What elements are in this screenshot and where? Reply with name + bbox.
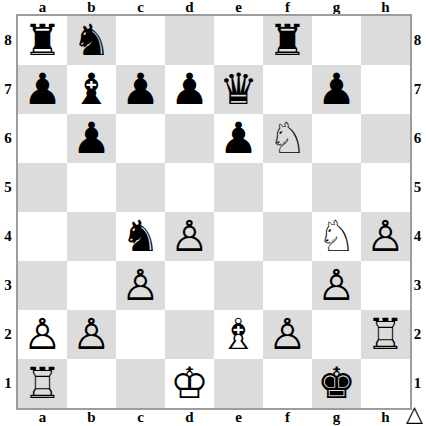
square-e1[interactable] — [214, 359, 263, 408]
square-e8[interactable] — [214, 16, 263, 65]
square-f6[interactable]: ♘ — [263, 114, 312, 163]
file-labels-bottom: abcdefgh — [18, 408, 410, 426]
piece-white-pawn: ♙ — [72, 310, 111, 359]
square-f3[interactable] — [263, 261, 312, 310]
square-h8[interactable] — [361, 16, 410, 65]
chess-board: ♜♞♜♟♝♟♟♛♟♟♟♘♞♙♘♙♙♙♙♙♗♙♖♖♔♚ — [16, 14, 412, 410]
square-a6[interactable] — [18, 114, 67, 163]
square-e2[interactable]: ♗ — [214, 310, 263, 359]
coordinate-label-a: a — [18, 0, 67, 14]
piece-white-knight: ♘ — [317, 212, 356, 261]
piece-white-pawn: ♙ — [170, 212, 209, 261]
piece-white-king: ♔ — [170, 359, 209, 408]
file-labels-top: abcdefgh — [18, 0, 410, 14]
square-e7[interactable]: ♛ — [214, 65, 263, 114]
coordinate-label-h: h — [361, 408, 410, 426]
square-b3[interactable] — [67, 261, 116, 310]
square-f1[interactable] — [263, 359, 312, 408]
piece-black-queen: ♛ — [219, 65, 258, 114]
square-a7[interactable]: ♟ — [18, 65, 67, 114]
coordinate-label-4: 4 — [409, 212, 426, 261]
square-b8[interactable]: ♞ — [67, 16, 116, 65]
piece-black-pawn: ♟ — [170, 65, 209, 114]
square-f8[interactable]: ♜ — [263, 16, 312, 65]
square-h3[interactable] — [361, 261, 410, 310]
coordinate-label-g: g — [312, 408, 361, 426]
square-b6[interactable]: ♟ — [67, 114, 116, 163]
piece-black-pawn: ♟ — [121, 65, 160, 114]
rank-labels-right: 87654321 — [409, 16, 426, 408]
piece-black-knight: ♞ — [72, 16, 111, 65]
piece-white-pawn: ♙ — [317, 261, 356, 310]
square-g7[interactable]: ♟ — [312, 65, 361, 114]
square-h4[interactable]: ♙ — [361, 212, 410, 261]
piece-black-pawn: ♟ — [219, 114, 258, 163]
square-b4[interactable] — [67, 212, 116, 261]
square-b7[interactable]: ♝ — [67, 65, 116, 114]
coordinate-label-5: 5 — [0, 163, 16, 212]
coordinate-label-5: 5 — [409, 163, 426, 212]
piece-white-pawn: ♙ — [366, 212, 405, 261]
square-a3[interactable] — [18, 261, 67, 310]
square-e6[interactable]: ♟ — [214, 114, 263, 163]
square-f5[interactable] — [263, 163, 312, 212]
square-e5[interactable] — [214, 163, 263, 212]
piece-black-pawn: ♟ — [317, 65, 356, 114]
coordinate-label-6: 6 — [409, 114, 426, 163]
coordinate-label-3: 3 — [409, 261, 426, 310]
square-c5[interactable] — [116, 163, 165, 212]
coordinate-label-c: c — [116, 408, 165, 426]
square-d4[interactable]: ♙ — [165, 212, 214, 261]
square-g3[interactable]: ♙ — [312, 261, 361, 310]
square-h7[interactable] — [361, 65, 410, 114]
square-c2[interactable] — [116, 310, 165, 359]
square-b2[interactable]: ♙ — [67, 310, 116, 359]
square-c4[interactable]: ♞ — [116, 212, 165, 261]
square-d3[interactable] — [165, 261, 214, 310]
coordinate-label-e: e — [214, 408, 263, 426]
piece-white-knight: ♘ — [268, 114, 307, 163]
coordinate-label-b: b — [67, 0, 116, 14]
square-c1[interactable] — [116, 359, 165, 408]
coordinate-label-2: 2 — [409, 310, 426, 359]
square-g5[interactable] — [312, 163, 361, 212]
piece-black-pawn: ♟ — [23, 65, 62, 114]
coordinate-label-7: 7 — [0, 65, 16, 114]
piece-white-pawn: ♙ — [121, 261, 160, 310]
coordinate-label-8: 8 — [409, 16, 426, 65]
square-a2[interactable]: ♙ — [18, 310, 67, 359]
coordinate-label-8: 8 — [0, 16, 16, 65]
coordinate-label-3: 3 — [0, 261, 16, 310]
coordinate-label-c: c — [116, 0, 165, 14]
coordinate-label-1: 1 — [0, 359, 16, 408]
square-c8[interactable] — [116, 16, 165, 65]
piece-white-rook: ♖ — [23, 359, 62, 408]
square-e4[interactable] — [214, 212, 263, 261]
square-f2[interactable]: ♙ — [263, 310, 312, 359]
square-h6[interactable] — [361, 114, 410, 163]
coordinate-label-4: 4 — [0, 212, 16, 261]
square-f4[interactable] — [263, 212, 312, 261]
square-b1[interactable] — [67, 359, 116, 408]
coordinate-label-2: 2 — [0, 310, 16, 359]
square-d5[interactable] — [165, 163, 214, 212]
piece-white-rook: ♖ — [366, 310, 405, 359]
coordinate-label-b: b — [67, 408, 116, 426]
square-g1[interactable]: ♚ — [312, 359, 361, 408]
coordinate-label-f: f — [263, 408, 312, 426]
piece-black-pawn: ♟ — [72, 114, 111, 163]
piece-white-pawn: ♙ — [268, 310, 307, 359]
piece-black-knight: ♞ — [121, 212, 160, 261]
piece-black-king: ♚ — [317, 359, 356, 408]
coordinate-label-d: d — [165, 0, 214, 14]
square-d6[interactable] — [165, 114, 214, 163]
square-g6[interactable] — [312, 114, 361, 163]
coordinate-label-d: d — [165, 408, 214, 426]
piece-white-bishop: ♗ — [219, 310, 258, 359]
square-d1[interactable]: ♔ — [165, 359, 214, 408]
coordinate-label-g: g — [312, 0, 361, 14]
square-g2[interactable] — [312, 310, 361, 359]
square-a4[interactable] — [18, 212, 67, 261]
rank-labels-left: 87654321 — [0, 16, 16, 408]
coordinate-label-6: 6 — [0, 114, 16, 163]
square-g4[interactable]: ♘ — [312, 212, 361, 261]
square-b5[interactable] — [67, 163, 116, 212]
square-a5[interactable] — [18, 163, 67, 212]
square-c7[interactable]: ♟ — [116, 65, 165, 114]
white-to-move-indicator: △ — [406, 403, 423, 425]
chess-diagram: abcdefgh 87654321 ♜♞♜♟♝♟♟♛♟♟♟♘♞♙♘♙♙♙♙♙♗♙… — [0, 0, 426, 426]
square-f7[interactable] — [263, 65, 312, 114]
square-h2[interactable]: ♖ — [361, 310, 410, 359]
coordinate-label-h: h — [361, 0, 410, 14]
square-h1[interactable] — [361, 359, 410, 408]
piece-black-rook: ♜ — [268, 16, 307, 65]
square-d8[interactable] — [165, 16, 214, 65]
piece-white-pawn: ♙ — [23, 310, 62, 359]
square-c6[interactable] — [116, 114, 165, 163]
piece-black-rook: ♜ — [23, 16, 62, 65]
square-h5[interactable] — [361, 163, 410, 212]
piece-black-bishop: ♝ — [72, 65, 111, 114]
square-a1[interactable]: ♖ — [18, 359, 67, 408]
square-d2[interactable] — [165, 310, 214, 359]
square-g8[interactable] — [312, 16, 361, 65]
square-d7[interactable]: ♟ — [165, 65, 214, 114]
coordinate-label-f: f — [263, 0, 312, 14]
coordinate-label-7: 7 — [409, 65, 426, 114]
square-a8[interactable]: ♜ — [18, 16, 67, 65]
coordinate-label-e: e — [214, 0, 263, 14]
square-e3[interactable] — [214, 261, 263, 310]
square-c3[interactable]: ♙ — [116, 261, 165, 310]
coordinate-label-a: a — [18, 408, 67, 426]
